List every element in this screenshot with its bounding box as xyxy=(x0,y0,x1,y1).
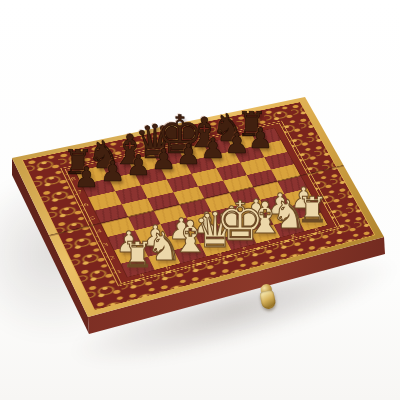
chess-set-photo: abcdefgh 12345678 ♜♞♝♛♚♝♞♜♟♟♟♟♟♟♟♟♟♟♟♟♟♟… xyxy=(0,0,400,400)
clasp-icon xyxy=(251,281,285,318)
clasp-plate xyxy=(259,290,276,311)
